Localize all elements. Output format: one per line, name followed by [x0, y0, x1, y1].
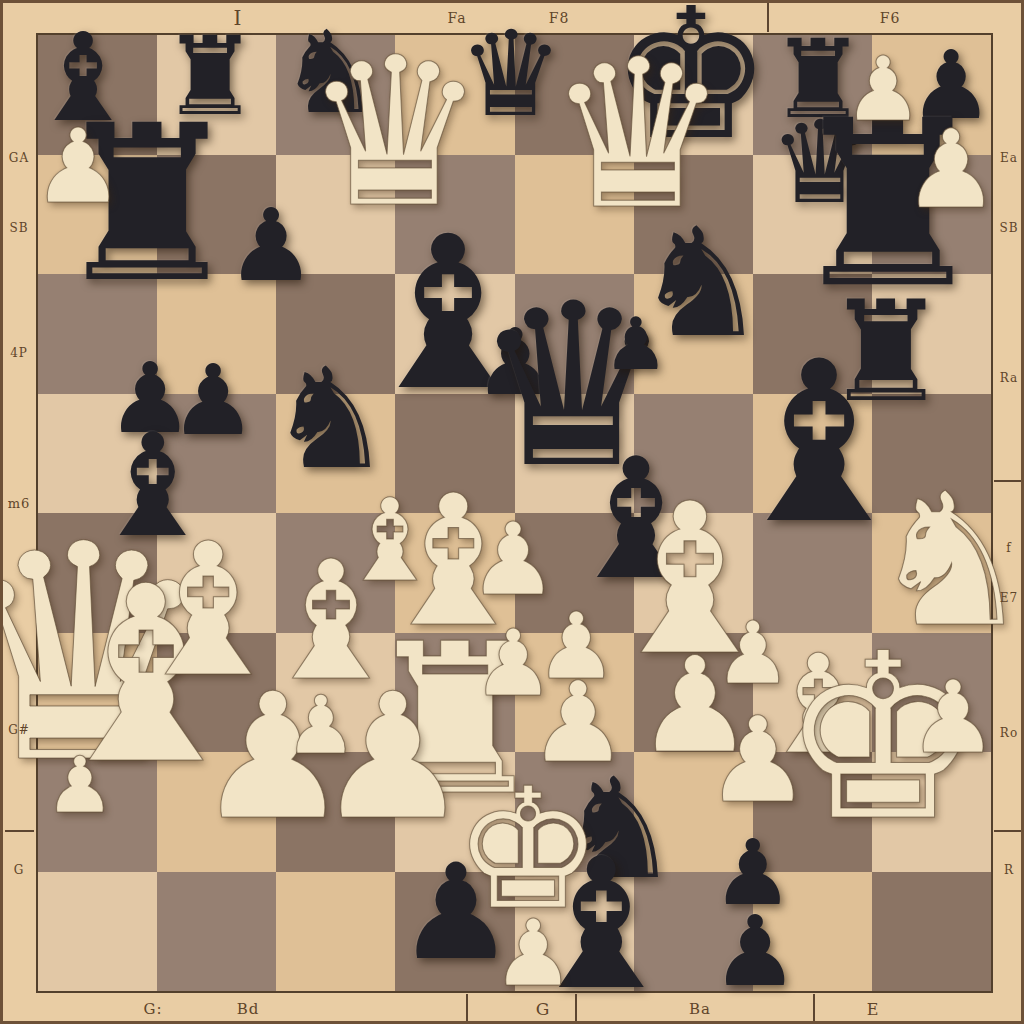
coordinate-label: F8	[549, 10, 570, 26]
piece-layer: ♝♜♞♛♚♜♟♜♛♜♟♞♟♟♞♝♟♛♟♜♝♝♝♞♝♟♟♟♟♟♛♛♟♛♝♝♝♝♟♝…	[3, 3, 1024, 1024]
coordinate-label: Ea	[1000, 151, 1018, 165]
border-tick	[466, 994, 468, 1024]
coordinate-label: I	[234, 6, 243, 30]
coordinate-label: Bd	[237, 1000, 260, 1018]
coordinate-label: G:	[143, 1000, 162, 1018]
piece-wQ[interactable]: ♛	[546, 33, 730, 239]
coordinate-label: f	[1006, 541, 1011, 555]
coordinate-label: G	[14, 863, 25, 877]
border-tick	[5, 830, 34, 832]
coordinate-label: SB	[999, 221, 1018, 235]
chess-app: ♝♜♞♛♚♜♟♜♛♜♟♞♟♟♞♝♟♛♟♜♝♝♝♞♝♟♟♟♟♟♛♛♟♛♝♝♝♝♟♝…	[0, 0, 1024, 1024]
coordinate-label: GA	[9, 151, 29, 165]
piece-wQ[interactable]: ♛	[303, 31, 487, 237]
border-tick	[994, 480, 1023, 482]
coordinate-label: R	[1004, 863, 1014, 877]
border-tick	[994, 830, 1023, 832]
coordinate-label: Ro	[1000, 726, 1018, 740]
piece-wP[interactable]: ♟	[45, 747, 115, 825]
piece-bP[interactable]: ♟	[604, 308, 669, 380]
coordinate-label: Ra	[1000, 371, 1018, 385]
coordinate-label: E	[867, 1000, 880, 1019]
border-tick	[575, 994, 577, 1024]
border-tick	[813, 994, 815, 1024]
piece-wP[interactable]: ♟	[492, 908, 574, 1000]
coordinate-label: 4P	[10, 346, 28, 360]
piece-wP[interactable]: ♟	[908, 668, 998, 768]
border-tick	[767, 3, 769, 32]
coordinate-label: Ba	[689, 1000, 711, 1018]
piece-wP[interactable]: ♟	[32, 116, 124, 219]
piece-wP[interactable]: ♟	[315, 671, 471, 845]
coordinate-label: SB	[9, 221, 28, 235]
coordinate-label: m6	[8, 496, 31, 511]
coordinate-label: G#	[8, 723, 30, 737]
piece-bP[interactable]: ♟	[711, 903, 798, 1000]
coordinate-label: E7	[1000, 591, 1018, 605]
piece-wP[interactable]: ♟	[902, 116, 999, 224]
coordinate-label: Fa	[447, 10, 466, 26]
coordinate-label: F6	[880, 10, 901, 26]
coordinate-label: G	[536, 999, 551, 1019]
